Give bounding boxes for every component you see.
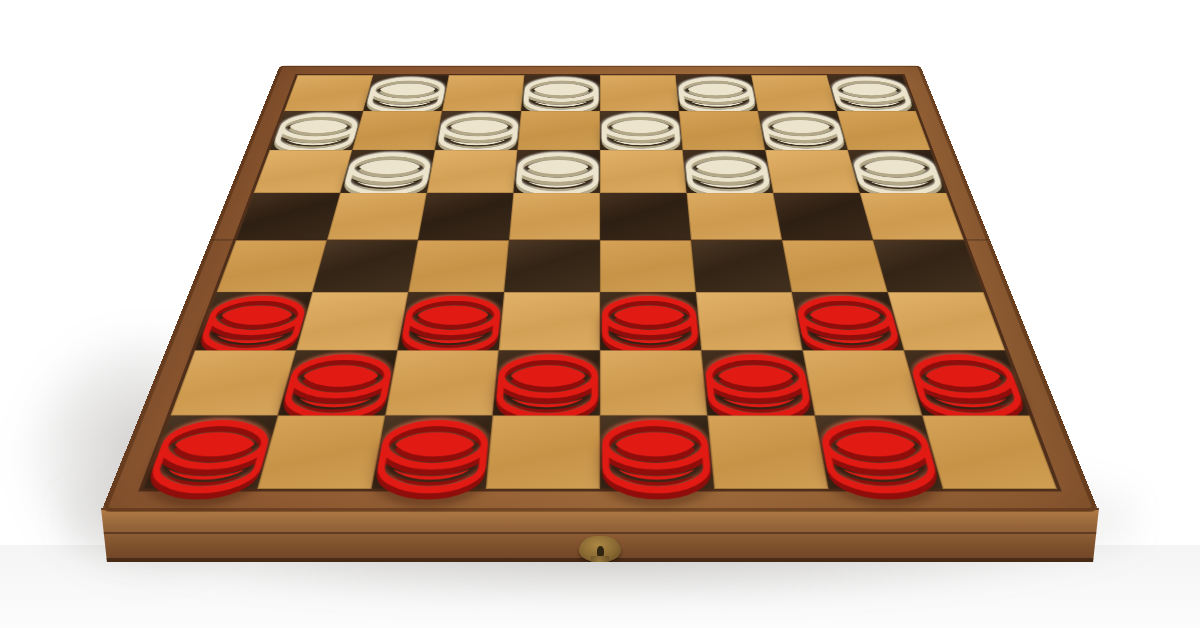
square-r8c2 [257, 415, 385, 488]
cream-piece[interactable]: ⛂ [513, 139, 600, 199]
square-r5c6[interactable] [691, 240, 792, 292]
square-r4c1[interactable] [236, 193, 340, 240]
red-piece[interactable]: ⛂ [396, 277, 506, 359]
square-r6c3[interactable]: ⛂ [397, 292, 504, 350]
playing-grid: ⛂⛂⛂⛂⛂⛂⛂⛂⛂⛂⛂⛂⛂⛂⛂⛂⛂⛂⛂⛂⛂⛂⛂⛂ [143, 75, 1057, 489]
photo-scene: ⛂⛂⛂⛂⛂⛂⛂⛂⛂⛂⛂⛂⛂⛂⛂⛂⛂⛂⛂⛂⛂⛂⛂⛂ [0, 0, 1200, 628]
square-r8c7[interactable]: ⛂ [815, 415, 943, 488]
cream-piece[interactable]: ⛂ [682, 139, 775, 199]
square-r3c4[interactable]: ⛂ [513, 150, 600, 193]
square-r4c4 [509, 193, 600, 240]
square-r3c2[interactable]: ⛂ [340, 150, 435, 193]
square-r1c4[interactable]: ⛂ [521, 75, 600, 111]
square-r4c7[interactable] [773, 193, 873, 240]
red-piece[interactable]: ⛂ [789, 277, 906, 359]
square-r3c5 [600, 150, 687, 193]
fold-seam [212, 239, 989, 241]
square-r2c5[interactable]: ⛂ [600, 111, 683, 150]
square-r7c6[interactable]: ⛂ [701, 350, 814, 415]
square-r7c2[interactable]: ⛂ [278, 350, 398, 415]
square-r5c2[interactable] [312, 240, 418, 292]
red-piece[interactable]: ⛂ [700, 334, 817, 426]
cream-piece[interactable]: ⛂ [362, 66, 451, 116]
square-r1c6[interactable]: ⛂ [676, 75, 758, 111]
cream-piece[interactable]: ⛂ [600, 101, 683, 156]
square-r8c4 [486, 415, 600, 488]
square-r3c8[interactable]: ⛂ [848, 150, 947, 193]
square-r4c8 [860, 193, 964, 240]
red-piece[interactable]: ⛂ [600, 277, 702, 359]
square-r5c8[interactable] [873, 240, 984, 292]
square-r8c3[interactable]: ⛂ [371, 415, 492, 488]
square-r2c7[interactable]: ⛂ [758, 111, 848, 150]
square-r3c1 [254, 150, 353, 193]
red-piece[interactable]: ⛂ [492, 334, 600, 426]
cream-piece[interactable]: ⛂ [434, 101, 522, 156]
square-r8c5[interactable]: ⛂ [600, 415, 714, 488]
square-r3c6[interactable]: ⛂ [683, 150, 774, 193]
square-r2c3[interactable]: ⛂ [435, 111, 521, 150]
cream-piece[interactable]: ⛂ [521, 66, 600, 116]
red-piece[interactable]: ⛂ [600, 397, 715, 501]
square-r3c7 [765, 150, 860, 193]
square-r7c4[interactable]: ⛂ [493, 350, 600, 415]
square-r8c6 [707, 415, 828, 488]
square-r3c3 [427, 150, 518, 193]
cream-piece[interactable]: ⛂ [756, 101, 849, 156]
cream-piece[interactable]: ⛂ [338, 139, 436, 199]
checkers-board: ⛂⛂⛂⛂⛂⛂⛂⛂⛂⛂⛂⛂⛂⛂⛂⛂⛂⛂⛂⛂⛂⛂⛂⛂ [101, 66, 1099, 512]
square-r1c2[interactable]: ⛂ [363, 75, 449, 111]
square-r6c7[interactable]: ⛂ [792, 292, 904, 350]
cream-piece[interactable]: ⛂ [675, 66, 759, 116]
square-r4c5[interactable] [600, 193, 691, 240]
square-r1c8[interactable]: ⛂ [827, 75, 916, 111]
square-r8c1[interactable]: ⛂ [143, 415, 278, 488]
square-r4c6 [687, 193, 782, 240]
square-r4c3[interactable] [418, 193, 513, 240]
square-r5c4[interactable] [504, 240, 600, 292]
square-r4c2 [327, 193, 427, 240]
clasp-keyhole-icon [597, 546, 604, 556]
square-r6c5[interactable]: ⛂ [600, 292, 701, 350]
red-piece[interactable]: ⛂ [369, 397, 494, 501]
square-r2c1[interactable]: ⛂ [270, 111, 364, 150]
